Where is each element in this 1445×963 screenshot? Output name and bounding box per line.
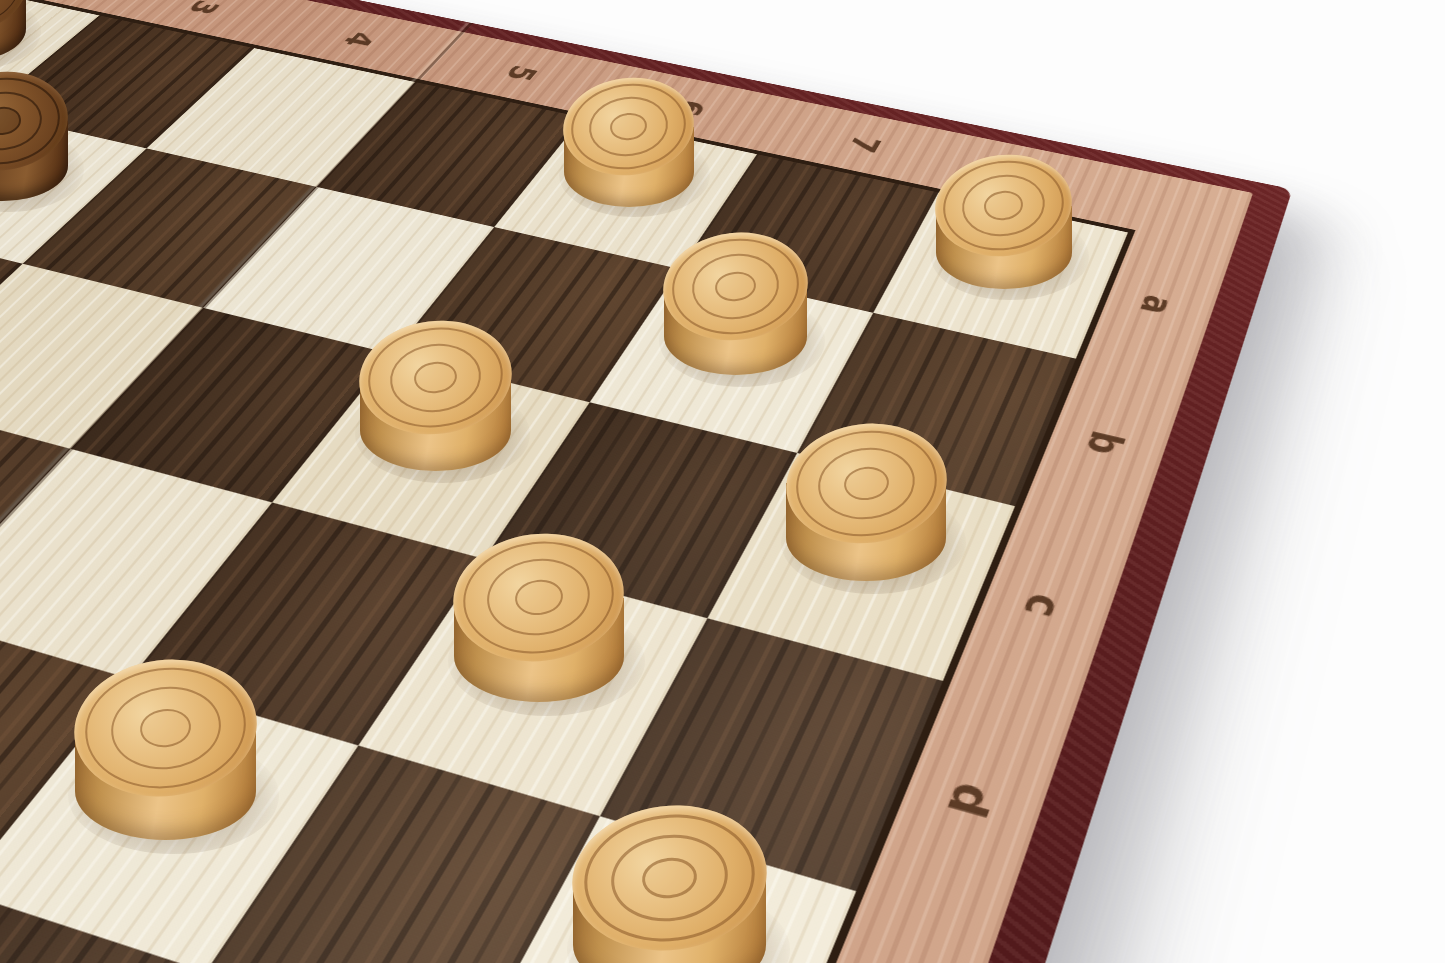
checker-light-a8[interactable] — [935, 155, 1072, 289]
checker-light-c6[interactable] — [359, 321, 512, 471]
checker-light-b7[interactable] — [663, 233, 808, 375]
checker-light-c8[interactable] — [786, 424, 947, 582]
checker-dark-a2[interactable] — [0, 0, 27, 61]
checker-light-d7[interactable] — [453, 534, 624, 702]
checker-dark-b3[interactable] — [0, 72, 68, 202]
checker-light-a6[interactable] — [563, 78, 694, 207]
photo-backdrop: abcd876543 — [0, 0, 1445, 963]
checker-light-e8[interactable] — [572, 806, 767, 963]
checker-light-e6[interactable] — [74, 660, 257, 840]
